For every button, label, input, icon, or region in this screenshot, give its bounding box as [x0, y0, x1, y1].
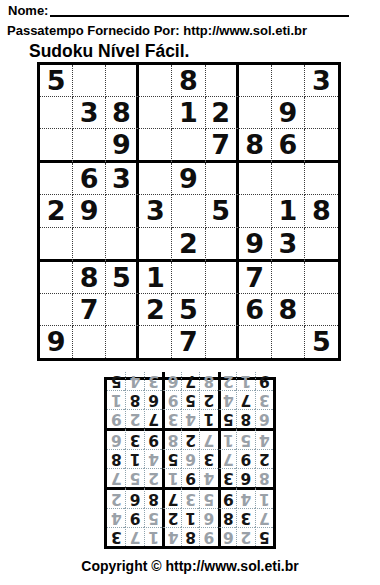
puzzle-cell-r9c2 [73, 326, 106, 358]
puzzle-cell-r6c7: 9 [239, 228, 272, 262]
solution-cell-r2c7: 5 [144, 508, 162, 527]
solution-cell-r7c9: 9 [107, 409, 125, 428]
solution-cell-r6c4: 7 [199, 428, 217, 449]
puzzle-cell-r6c2 [73, 228, 106, 262]
solution-cell-r1c2: 2 [236, 527, 254, 546]
solution-cell-r4c2: 6 [236, 468, 254, 487]
solution-cell-r6c3: 1 [218, 428, 236, 449]
solution-cell-r8c5: 5 [181, 390, 199, 409]
puzzle-cell-r9c1: 9 [40, 326, 73, 358]
puzzle-cell-r3c5 [172, 129, 205, 163]
solution-cell-r5c3: 7 [218, 449, 236, 468]
solution-cell-r5c2: 9 [236, 449, 254, 468]
solution-cell-r6c9: 6 [107, 428, 125, 449]
puzzle-cell-r2c9 [305, 97, 338, 129]
solution-cell-r8c8: 8 [125, 390, 143, 409]
solution-cell-r3c6: 7 [162, 487, 180, 508]
puzzle-cell-r5c7 [239, 195, 272, 227]
solution-cell-r6c7: 9 [144, 428, 162, 449]
puzzle-cell-r1c2 [73, 65, 106, 97]
solution-cell-r5c1: 2 [255, 449, 273, 468]
solution-cell-r8c3: 4 [218, 390, 236, 409]
solution-cell-r2c8: 9 [125, 508, 143, 527]
solution-cell-r1c1: 5 [255, 527, 273, 546]
puzzle-cell-r3c4 [139, 129, 172, 163]
solution-cell-r9c7: 3 [144, 372, 162, 390]
puzzle-cell-r7c3: 5 [106, 262, 139, 294]
puzzle-cell-r2c7 [239, 97, 272, 129]
puzzle-cell-r1c3 [106, 65, 139, 97]
puzzle-cell-r2c8: 9 [272, 97, 305, 129]
solution-cell-r4c4: 4 [199, 468, 217, 487]
solution-cell-r7c3: 5 [218, 409, 236, 428]
puzzle-cell-r3c7: 8 [239, 129, 272, 163]
puzzle-cell-r5c3 [106, 195, 139, 227]
solution-cell-r1c8: 7 [125, 527, 143, 546]
solution-cell-r6c8: 3 [125, 428, 143, 449]
solution-cell-r8c9: 1 [107, 390, 125, 409]
puzzle-cell-r1c4 [139, 65, 172, 97]
solution-cell-r3c2: 4 [236, 487, 254, 508]
puzzle-cell-r4c6 [206, 163, 239, 195]
solution-cell-r5c4: 3 [199, 449, 217, 468]
solution-cell-r4c3: 3 [218, 468, 236, 487]
puzzle-cell-r6c4 [139, 228, 172, 262]
puzzle-cell-r2c1 [40, 97, 73, 129]
solution-cell-r7c2: 8 [236, 409, 254, 428]
puzzle-grid: 583381299786639293518293851772568975 [37, 62, 341, 361]
solution-cell-r9c6: 6 [162, 372, 180, 390]
solution-cell-r8c7: 6 [144, 390, 162, 409]
solution-cell-r4c9: 7 [107, 468, 125, 487]
name-label: Nome: [8, 3, 48, 18]
puzzle-cell-r3c3: 9 [106, 129, 139, 163]
solution-cell-r1c4: 9 [199, 527, 217, 546]
puzzle-cell-r8c2: 7 [73, 294, 106, 326]
solution-cell-r8c1: 3 [255, 390, 273, 409]
solution-cell-r9c1: 9 [255, 372, 273, 390]
solution-cell-r1c9: 3 [107, 527, 125, 546]
puzzle-cell-r8c1 [40, 294, 73, 326]
puzzle-cell-r7c6 [206, 262, 239, 294]
copyright-text: Copyright © http://www.sol.eti.br [0, 558, 380, 574]
puzzle-cell-r6c6 [206, 228, 239, 262]
solution-cell-r6c2: 5 [236, 428, 254, 449]
solution-cell-r8c4: 2 [199, 390, 217, 409]
puzzle-cell-r1c7 [239, 65, 272, 97]
puzzle-cell-r3c1 [40, 129, 73, 163]
solution-cell-r7c8: 2 [125, 409, 143, 428]
puzzle-cell-r4c2: 6 [73, 163, 106, 195]
solution-cell-r4c5: 9 [181, 468, 199, 487]
puzzle-cell-r9c8 [272, 326, 305, 358]
puzzle-cell-r7c9 [305, 262, 338, 294]
puzzle-cell-r9c5: 7 [172, 326, 205, 358]
puzzle-cell-r6c1 [40, 228, 73, 262]
provider-line: Passatempo Fornecido Por: http://www.sol… [7, 23, 307, 38]
solution-cell-r9c4: 8 [199, 372, 217, 390]
solution-cell-r6c1: 4 [255, 428, 273, 449]
puzzle-cell-r8c3 [106, 294, 139, 326]
puzzle-cell-r8c6 [206, 294, 239, 326]
solution-cell-r8c2: 7 [236, 390, 254, 409]
solution-cell-r9c8: 4 [125, 372, 143, 390]
solution-cell-r9c2: 1 [236, 372, 254, 390]
solution-cell-r6c6: 8 [162, 428, 180, 449]
solution-cell-r9c5: 7 [181, 372, 199, 390]
solution-cell-r2c9: 4 [107, 508, 125, 527]
solution-cell-r2c6: 2 [162, 508, 180, 527]
solution-cell-r2c1: 7 [255, 508, 273, 527]
solution-cell-r7c6: 3 [162, 409, 180, 428]
puzzle-cell-r2c4 [139, 97, 172, 129]
puzzle-cell-r8c5: 5 [172, 294, 205, 326]
name-row: Nome: [8, 3, 349, 18]
solution-cell-r2c3: 8 [218, 508, 236, 527]
puzzle-cell-r3c2 [73, 129, 106, 163]
solution-cell-r3c8: 6 [125, 487, 143, 508]
puzzle-cell-r2c5: 1 [172, 97, 205, 129]
puzzle-cell-r6c3 [106, 228, 139, 262]
puzzle-cell-r1c8 [272, 65, 305, 97]
puzzle-cell-r7c8 [272, 262, 305, 294]
puzzle-cell-r5c1: 2 [40, 195, 73, 227]
puzzle-cell-r3c9 [305, 129, 338, 163]
puzzle-cell-r4c8 [272, 163, 305, 195]
puzzle-cell-r4c3: 3 [106, 163, 139, 195]
page-title: Sudoku Nível Fácil. [29, 41, 189, 62]
puzzle-cell-r3c6: 7 [206, 129, 239, 163]
puzzle-cell-r7c1 [40, 262, 73, 294]
solution-cell-r4c1: 8 [255, 468, 273, 487]
puzzle-cell-r9c6 [206, 326, 239, 358]
solution-cell-r5c6: 5 [162, 449, 180, 468]
puzzle-cell-r8c9 [305, 294, 338, 326]
puzzle-cell-r5c4: 3 [139, 195, 172, 227]
puzzle-cell-r2c2: 3 [73, 97, 106, 129]
solution-cell-r5c9: 8 [107, 449, 125, 468]
solution-cell-r2c5: 1 [181, 508, 199, 527]
solution-cell-r2c2: 3 [236, 508, 254, 527]
puzzle-cell-r8c7: 6 [239, 294, 272, 326]
puzzle-cell-r9c7 [239, 326, 272, 358]
worksheet-page: Nome: Passatempo Fornecido Por: http://w… [0, 0, 380, 585]
puzzle-cell-r7c5 [172, 262, 205, 294]
puzzle-cell-r2c6: 2 [206, 97, 239, 129]
puzzle-cell-r7c2: 8 [73, 262, 106, 294]
solution-cell-r3c7: 8 [144, 487, 162, 508]
solution-cell-r1c5: 8 [181, 527, 199, 546]
puzzle-cell-r7c7: 7 [239, 262, 272, 294]
puzzle-cell-r6c5: 2 [172, 228, 205, 262]
solution-cell-r3c4: 5 [199, 487, 217, 508]
puzzle-cell-r2c3: 8 [106, 97, 139, 129]
solution-cell-r5c8: 1 [125, 449, 143, 468]
solution-cell-r4c6: 1 [162, 468, 180, 487]
solution-grid-rotated-180: 5269841737386125941495378628634912572973… [104, 377, 276, 549]
puzzle-cell-r4c5: 9 [172, 163, 205, 195]
puzzle-cell-r9c4 [139, 326, 172, 358]
solution-cell-r3c3: 9 [218, 487, 236, 508]
solution-cell-r7c5: 4 [181, 409, 199, 428]
puzzle-cell-r5c8: 1 [272, 195, 305, 227]
puzzle-cell-r5c9: 8 [305, 195, 338, 227]
puzzle-cell-r6c9 [305, 228, 338, 262]
solution-cell-r7c4: 1 [199, 409, 217, 428]
solution-cell-r3c1: 1 [255, 487, 273, 508]
puzzle-cell-r8c4: 2 [139, 294, 172, 326]
solution-cell-r4c8: 5 [125, 468, 143, 487]
solution-cell-r4c7: 2 [144, 468, 162, 487]
solution-cell-r5c5: 6 [181, 449, 199, 468]
solution-cell-r9c9: 5 [107, 372, 125, 390]
puzzle-cell-r9c9: 5 [305, 326, 338, 358]
solution-cell-r9c3: 2 [218, 372, 236, 390]
puzzle-cell-r6c8: 3 [272, 228, 305, 262]
name-blank-line [50, 3, 349, 17]
puzzle-cell-r4c7 [239, 163, 272, 195]
puzzle-cell-r4c9 [305, 163, 338, 195]
puzzle-cell-r7c4: 1 [139, 262, 172, 294]
puzzle-cell-r4c1 [40, 163, 73, 195]
solution-cell-r1c3: 6 [218, 527, 236, 546]
solution-cell-r7c1: 6 [255, 409, 273, 428]
solution-cell-r3c9: 2 [107, 487, 125, 508]
solution-cell-r2c4: 6 [199, 508, 217, 527]
puzzle-cell-r1c5: 8 [172, 65, 205, 97]
puzzle-cell-r3c8: 6 [272, 129, 305, 163]
puzzle-cell-r1c6 [206, 65, 239, 97]
solution-cell-r5c7: 4 [144, 449, 162, 468]
puzzle-cell-r8c8: 8 [272, 294, 305, 326]
solution-cell-r1c6: 4 [162, 527, 180, 546]
solution-cell-r3c5: 3 [181, 487, 199, 508]
puzzle-cell-r9c3 [106, 326, 139, 358]
solution-cell-r7c7: 7 [144, 409, 162, 428]
puzzle-cell-r1c1: 5 [40, 65, 73, 97]
solution-cell-r6c5: 2 [181, 428, 199, 449]
puzzle-cell-r1c9: 3 [305, 65, 338, 97]
puzzle-cell-r5c5 [172, 195, 205, 227]
puzzle-cell-r5c2: 9 [73, 195, 106, 227]
puzzle-cell-r5c6: 5 [206, 195, 239, 227]
solution-cell-r8c6: 9 [162, 390, 180, 409]
puzzle-cell-r4c4 [139, 163, 172, 195]
solution-cell-r1c7: 1 [144, 527, 162, 546]
